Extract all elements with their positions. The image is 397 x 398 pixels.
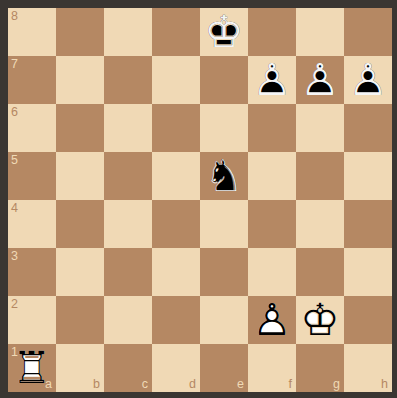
square-a4[interactable]: 4 (8, 200, 56, 248)
square-e6[interactable] (200, 104, 248, 152)
square-d3[interactable] (152, 248, 200, 296)
file-label-c: c (142, 378, 148, 391)
square-e2[interactable] (200, 296, 248, 344)
square-b6[interactable] (56, 104, 104, 152)
square-e4[interactable] (200, 200, 248, 248)
square-f7[interactable]: ♟♙ (248, 56, 296, 104)
square-g7[interactable]: ♟♙ (296, 56, 344, 104)
rank-label-7: 7 (11, 58, 18, 71)
square-g1[interactable]: g (296, 344, 344, 392)
square-e7[interactable] (200, 56, 248, 104)
square-h3[interactable] (344, 248, 392, 296)
square-b5[interactable] (56, 152, 104, 200)
square-h2[interactable] (344, 296, 392, 344)
square-g2[interactable]: ♚♔ (296, 296, 344, 344)
file-label-h: h (381, 378, 388, 391)
square-a8[interactable]: 8 (8, 8, 56, 56)
rank-label-6: 6 (11, 106, 18, 119)
square-e1[interactable]: e (200, 344, 248, 392)
piece-white-rook[interactable]: ♜♖ (8, 344, 56, 392)
square-h6[interactable] (344, 104, 392, 152)
square-f6[interactable] (248, 104, 296, 152)
square-b7[interactable] (56, 56, 104, 104)
square-g4[interactable] (296, 200, 344, 248)
white-rook-fill-glyph: ♜ (8, 344, 56, 392)
square-d8[interactable] (152, 8, 200, 56)
white-rook-outline-glyph: ♖ (8, 344, 56, 392)
square-c3[interactable] (104, 248, 152, 296)
black-pawn-outline-glyph: ♙ (344, 56, 392, 104)
square-c7[interactable] (104, 56, 152, 104)
file-label-f: f (289, 378, 292, 391)
square-d1[interactable]: d (152, 344, 200, 392)
square-c1[interactable]: c (104, 344, 152, 392)
file-label-d: d (189, 378, 196, 391)
file-label-e: e (237, 378, 244, 391)
square-g5[interactable] (296, 152, 344, 200)
square-b3[interactable] (56, 248, 104, 296)
square-a7[interactable]: 7 (8, 56, 56, 104)
square-g6[interactable] (296, 104, 344, 152)
black-king-fill-glyph: ♚ (200, 8, 248, 56)
square-a6[interactable]: 6 (8, 104, 56, 152)
square-e8[interactable]: ♚♔ (200, 8, 248, 56)
square-c5[interactable] (104, 152, 152, 200)
white-pawn-fill-glyph: ♟ (248, 296, 296, 344)
square-g8[interactable] (296, 8, 344, 56)
rank-label-3: 3 (11, 250, 18, 263)
square-a3[interactable]: 3 (8, 248, 56, 296)
white-king-outline-glyph: ♔ (296, 296, 344, 344)
square-f4[interactable] (248, 200, 296, 248)
piece-black-king[interactable]: ♚♔ (200, 8, 248, 56)
square-b4[interactable] (56, 200, 104, 248)
rank-label-4: 4 (11, 202, 18, 215)
square-c8[interactable] (104, 8, 152, 56)
square-c4[interactable] (104, 200, 152, 248)
black-king-outline-glyph: ♔ (200, 8, 248, 56)
square-e3[interactable] (200, 248, 248, 296)
square-b1[interactable]: b (56, 344, 104, 392)
black-pawn-outline-glyph: ♙ (296, 56, 344, 104)
square-d2[interactable] (152, 296, 200, 344)
black-pawn-outline-glyph: ♙ (248, 56, 296, 104)
square-h1[interactable]: h (344, 344, 392, 392)
black-knight-outline-glyph: ♘ (200, 152, 248, 200)
piece-black-pawn[interactable]: ♟♙ (296, 56, 344, 104)
white-pawn-outline-glyph: ♙ (248, 296, 296, 344)
chess-board: 8♚♔7♟♙♟♙♟♙65♞♘432♟♙♚♔1a♜♖bcdefgh (8, 8, 392, 392)
piece-white-king[interactable]: ♚♔ (296, 296, 344, 344)
black-pawn-fill-glyph: ♟ (296, 56, 344, 104)
piece-black-pawn[interactable]: ♟♙ (344, 56, 392, 104)
square-f2[interactable]: ♟♙ (248, 296, 296, 344)
black-pawn-fill-glyph: ♟ (248, 56, 296, 104)
square-b2[interactable] (56, 296, 104, 344)
square-h4[interactable] (344, 200, 392, 248)
square-b8[interactable] (56, 8, 104, 56)
square-c6[interactable] (104, 104, 152, 152)
square-e5[interactable]: ♞♘ (200, 152, 248, 200)
square-d6[interactable] (152, 104, 200, 152)
square-h7[interactable]: ♟♙ (344, 56, 392, 104)
square-d4[interactable] (152, 200, 200, 248)
square-f5[interactable] (248, 152, 296, 200)
square-d5[interactable] (152, 152, 200, 200)
square-a2[interactable]: 2 (8, 296, 56, 344)
square-a5[interactable]: 5 (8, 152, 56, 200)
rank-label-5: 5 (11, 154, 18, 167)
square-h8[interactable] (344, 8, 392, 56)
black-knight-fill-glyph: ♞ (200, 152, 248, 200)
square-a1[interactable]: 1a♜♖ (8, 344, 56, 392)
rank-label-8: 8 (11, 10, 18, 23)
square-d7[interactable] (152, 56, 200, 104)
rank-label-2: 2 (11, 298, 18, 311)
square-f8[interactable] (248, 8, 296, 56)
square-g3[interactable] (296, 248, 344, 296)
white-king-fill-glyph: ♚ (296, 296, 344, 344)
piece-black-knight[interactable]: ♞♘ (200, 152, 248, 200)
square-f3[interactable] (248, 248, 296, 296)
black-pawn-fill-glyph: ♟ (344, 56, 392, 104)
square-c2[interactable] (104, 296, 152, 344)
file-label-b: b (93, 378, 100, 391)
piece-black-pawn[interactable]: ♟♙ (248, 56, 296, 104)
file-label-g: g (333, 378, 340, 391)
square-h5[interactable] (344, 152, 392, 200)
piece-white-pawn[interactable]: ♟♙ (248, 296, 296, 344)
chess-board-frame: 8♚♔7♟♙♟♙♟♙65♞♘432♟♙♚♔1a♜♖bcdefgh (0, 0, 397, 398)
square-f1[interactable]: f (248, 344, 296, 392)
